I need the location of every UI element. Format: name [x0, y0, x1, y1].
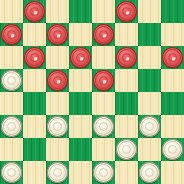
dark-square[interactable] — [92, 115, 115, 138]
dark-square[interactable] — [69, 138, 92, 161]
light-square — [69, 115, 92, 138]
white-man[interactable] — [1, 70, 22, 91]
light-square — [138, 138, 161, 161]
dark-square[interactable] — [161, 138, 184, 161]
white-man[interactable] — [1, 162, 22, 183]
dark-square[interactable] — [46, 115, 69, 138]
light-square — [115, 69, 138, 92]
light-square — [69, 23, 92, 46]
red-man[interactable] — [24, 1, 45, 22]
red-man[interactable] — [24, 47, 45, 68]
dark-square[interactable] — [23, 46, 46, 69]
light-square — [23, 69, 46, 92]
white-man[interactable] — [116, 139, 137, 160]
white-man[interactable] — [162, 139, 183, 160]
light-square — [46, 92, 69, 115]
light-square — [138, 0, 161, 23]
light-square — [115, 115, 138, 138]
red-man[interactable] — [93, 70, 114, 91]
light-square — [92, 92, 115, 115]
dark-square[interactable] — [138, 115, 161, 138]
light-square — [46, 46, 69, 69]
light-square — [23, 23, 46, 46]
light-square — [23, 161, 46, 184]
red-man[interactable] — [47, 24, 68, 45]
white-man[interactable] — [1, 116, 22, 137]
dark-square[interactable] — [161, 46, 184, 69]
dark-square[interactable] — [69, 46, 92, 69]
light-square — [161, 69, 184, 92]
dark-square[interactable] — [138, 161, 161, 184]
white-man[interactable] — [47, 116, 68, 137]
light-square — [92, 0, 115, 23]
dark-square[interactable] — [92, 161, 115, 184]
light-square — [0, 92, 23, 115]
light-square — [92, 138, 115, 161]
dark-square[interactable] — [92, 23, 115, 46]
dark-square[interactable] — [138, 23, 161, 46]
dark-square[interactable] — [138, 69, 161, 92]
light-square — [23, 115, 46, 138]
light-square — [161, 161, 184, 184]
light-square — [0, 46, 23, 69]
dark-square[interactable] — [46, 23, 69, 46]
dark-square[interactable] — [46, 161, 69, 184]
light-square — [115, 161, 138, 184]
red-man[interactable] — [47, 70, 68, 91]
light-square — [46, 0, 69, 23]
red-man[interactable] — [116, 1, 137, 22]
dark-square[interactable] — [0, 161, 23, 184]
dark-square[interactable] — [115, 92, 138, 115]
light-square — [161, 23, 184, 46]
dark-square[interactable] — [23, 138, 46, 161]
light-square — [138, 46, 161, 69]
dark-square[interactable] — [69, 92, 92, 115]
dark-square[interactable] — [0, 115, 23, 138]
red-man[interactable] — [116, 47, 137, 68]
dark-square[interactable] — [23, 92, 46, 115]
light-square — [46, 138, 69, 161]
dark-square[interactable] — [115, 138, 138, 161]
dark-square[interactable] — [23, 0, 46, 23]
white-man[interactable] — [93, 116, 114, 137]
white-man[interactable] — [47, 162, 68, 183]
white-man[interactable] — [139, 162, 160, 183]
white-man[interactable] — [139, 116, 160, 137]
dark-square[interactable] — [0, 23, 23, 46]
light-square — [0, 0, 23, 23]
light-square — [0, 138, 23, 161]
dark-square[interactable] — [161, 0, 184, 23]
red-man[interactable] — [93, 24, 114, 45]
light-square — [161, 115, 184, 138]
red-man[interactable] — [70, 47, 91, 68]
red-man[interactable] — [1, 24, 22, 45]
dark-square[interactable] — [46, 69, 69, 92]
light-square — [69, 161, 92, 184]
dark-square[interactable] — [69, 0, 92, 23]
light-square — [69, 69, 92, 92]
light-square — [138, 92, 161, 115]
red-man[interactable] — [162, 47, 183, 68]
dark-square[interactable] — [115, 46, 138, 69]
light-square — [115, 23, 138, 46]
dark-square[interactable] — [115, 0, 138, 23]
white-man[interactable] — [93, 162, 114, 183]
dark-square[interactable] — [161, 92, 184, 115]
light-square — [92, 46, 115, 69]
dark-square[interactable] — [92, 69, 115, 92]
dark-square[interactable] — [0, 69, 23, 92]
checkers-board — [0, 0, 184, 184]
